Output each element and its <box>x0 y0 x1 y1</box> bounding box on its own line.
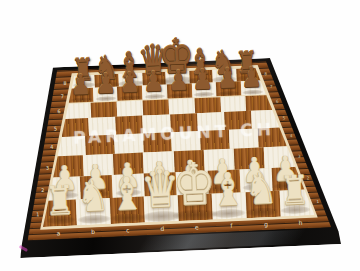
rank-label-left-6: 6 <box>55 109 63 115</box>
file-label-top-h: h <box>238 61 246 66</box>
rank-label-right-8: 8 <box>262 71 270 76</box>
file-label-top-f: f <box>194 63 202 68</box>
file-label-top-c: c <box>127 66 135 71</box>
rank-label-left-1: 1 <box>34 211 42 217</box>
rank-label-right-3: 3 <box>295 153 303 158</box>
rank-label-left-8: 8 <box>61 79 69 85</box>
file-label-top-d: d <box>149 65 157 70</box>
file-label-bottom-b: b <box>88 227 98 235</box>
coordinate-labels: aabbccddeeffgghh8877665544332211 <box>5 41 354 271</box>
rank-label-left-3: 3 <box>43 164 51 170</box>
file-label-top-b: b <box>105 67 113 72</box>
chess-board: aabbccddeeffgghh8877665544332211 ♜♞♝♛♚♝♞… <box>5 41 354 271</box>
file-label-bottom-h: h <box>295 218 305 226</box>
rank-label-left-2: 2 <box>39 187 47 193</box>
rank-label-left-4: 4 <box>48 144 56 150</box>
rank-label-left-5: 5 <box>51 125 59 131</box>
file-label-top-g: g <box>216 62 224 67</box>
rank-label-right-4: 4 <box>287 133 295 138</box>
file-label-top-e: e <box>171 64 179 69</box>
rank-label-right-2: 2 <box>304 175 312 180</box>
rank-label-right-5: 5 <box>280 115 288 120</box>
file-label-bottom-d: d <box>157 224 167 232</box>
file-label-bottom-a: a <box>53 229 63 237</box>
file-label-top-a: a <box>82 68 90 73</box>
file-label-bottom-e: e <box>192 223 202 231</box>
file-label-bottom-g: g <box>261 220 271 228</box>
rank-label-right-6: 6 <box>273 99 281 104</box>
rank-label-right-7: 7 <box>267 84 275 89</box>
photo-scene: aabbccddeeffgghh8877665544332211 ♜♞♝♛♚♝♞… <box>0 0 360 271</box>
rank-label-right-1: 1 <box>313 199 321 204</box>
rank-label-left-7: 7 <box>58 93 66 99</box>
file-label-bottom-c: c <box>123 226 133 234</box>
file-label-bottom-f: f <box>226 221 236 229</box>
